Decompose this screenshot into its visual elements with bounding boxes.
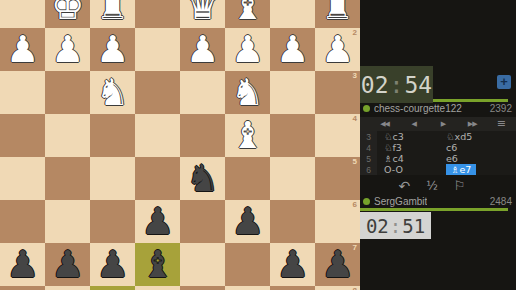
square-c3[interactable]: ♞ bbox=[225, 71, 270, 114]
opponent-row: chess-courgette122 2392 bbox=[360, 102, 516, 115]
square-f4[interactable] bbox=[90, 114, 135, 157]
square-g8[interactable] bbox=[45, 286, 90, 290]
resign-flag-icon[interactable]: ⚐ bbox=[454, 177, 466, 195]
square-e6[interactable]: ♟ bbox=[135, 200, 180, 243]
clock-minutes: 02 bbox=[366, 215, 389, 237]
white-move-3[interactable]: ♘c3 bbox=[377, 131, 446, 142]
black-pawn: ♟ bbox=[96, 246, 129, 283]
rank-label-2: 2 bbox=[353, 29, 357, 37]
move-number: 5 bbox=[360, 153, 377, 164]
opponent-rating: 2392 bbox=[490, 103, 512, 114]
square-b7[interactable]: ♟ bbox=[270, 243, 315, 286]
square-e2[interactable] bbox=[135, 28, 180, 71]
square-e4[interactable] bbox=[135, 114, 180, 157]
white-queen: ♛ bbox=[186, 0, 219, 25]
square-b5[interactable] bbox=[270, 157, 315, 200]
last-move-button[interactable]: ▶▶ bbox=[458, 117, 487, 131]
black-pawn: ♟ bbox=[231, 203, 264, 240]
move-row-6: 6O-O♗e7 bbox=[360, 164, 516, 175]
white-bishop: ♝ bbox=[231, 0, 264, 25]
white-pawn: ♟ bbox=[321, 31, 354, 68]
player-name[interactable]: SergGambit bbox=[374, 196, 427, 207]
draw-offer-icon[interactable]: ½ bbox=[426, 177, 438, 195]
white-move-5[interactable]: ♗c4 bbox=[377, 153, 446, 164]
white-king: ♚ bbox=[51, 0, 84, 25]
square-d4[interactable] bbox=[180, 114, 225, 157]
square-c6[interactable]: ♟ bbox=[225, 200, 270, 243]
prev-move-button[interactable]: ◀ bbox=[399, 117, 428, 131]
player-row: SergGambit 2484 bbox=[360, 195, 516, 208]
clock-seconds: 54 bbox=[404, 72, 432, 98]
square-e1[interactable] bbox=[135, 0, 180, 28]
square-a2[interactable]: ♟2 bbox=[315, 28, 360, 71]
action-bar: ↶ ½ ⚐ bbox=[360, 177, 504, 195]
square-b4[interactable] bbox=[270, 114, 315, 157]
player-rating: 2484 bbox=[490, 196, 512, 207]
white-bishop: ♝ bbox=[231, 117, 264, 154]
rank-label-7: 7 bbox=[353, 244, 357, 252]
square-a4[interactable]: 4 bbox=[315, 114, 360, 157]
square-d2[interactable]: ♟ bbox=[180, 28, 225, 71]
square-e8[interactable]: ♚ bbox=[135, 286, 180, 290]
square-a1[interactable]: ♜1 bbox=[315, 0, 360, 28]
next-move-button[interactable]: ▶ bbox=[428, 117, 457, 131]
square-d7[interactable] bbox=[180, 243, 225, 286]
black-move-6[interactable]: ♗e7 bbox=[446, 164, 516, 175]
square-f5[interactable] bbox=[90, 157, 135, 200]
square-a7[interactable]: ♟7 bbox=[315, 243, 360, 286]
black-pawn: ♟ bbox=[6, 246, 39, 283]
side-panel: 02:54 + chess-courgette122 2392 ◀◀ ◀ ▶ ▶… bbox=[360, 0, 516, 290]
square-h1[interactable] bbox=[0, 0, 45, 28]
online-dot bbox=[363, 198, 370, 205]
white-pawn: ♟ bbox=[6, 31, 39, 68]
square-a8[interactable]: ♜8 bbox=[315, 286, 360, 290]
square-g7[interactable]: ♟ bbox=[45, 243, 90, 286]
square-c8[interactable]: ♝ bbox=[225, 286, 270, 290]
move-nav-bar: ◀◀ ◀ ▶ ▶▶ ≡ bbox=[360, 117, 516, 131]
square-e3[interactable] bbox=[135, 71, 180, 114]
menu-icon[interactable]: ≡ bbox=[487, 117, 516, 131]
rank-label-6: 6 bbox=[353, 201, 357, 209]
give-time-button[interactable]: + bbox=[497, 75, 511, 89]
square-a3[interactable]: 3 bbox=[315, 71, 360, 114]
square-h8[interactable]: ♜ bbox=[0, 286, 45, 290]
square-h5[interactable] bbox=[0, 157, 45, 200]
black-move-5[interactable]: e6 bbox=[446, 153, 516, 164]
clock-colon: : bbox=[390, 215, 401, 237]
player-clock: 02:51 bbox=[360, 212, 431, 239]
square-g3[interactable] bbox=[45, 71, 90, 114]
white-pawn: ♟ bbox=[186, 31, 219, 68]
move-number: 4 bbox=[360, 142, 377, 153]
square-g2[interactable]: ♟ bbox=[45, 28, 90, 71]
white-rook: ♜ bbox=[321, 0, 354, 25]
current-move[interactable]: ♗e7 bbox=[446, 164, 476, 175]
square-d1[interactable]: ♛ bbox=[180, 0, 225, 28]
game-screen: ♚♜♛♝♜1♟♟♟♟♟♟♟2♞♞3♝4♞5♟♟6♟♟♟♝♟♟7♜♚♛♝♞♜8 0… bbox=[0, 0, 516, 290]
chess-board[interactable]: ♚♜♛♝♜1♟♟♟♟♟♟♟2♞♞3♝4♞5♟♟6♟♟♟♝♟♟7♜♚♛♝♞♜8 bbox=[0, 0, 360, 290]
clock-colon: : bbox=[390, 72, 404, 98]
square-h7[interactable]: ♟ bbox=[0, 243, 45, 286]
square-f8[interactable] bbox=[90, 286, 135, 290]
square-h4[interactable] bbox=[0, 114, 45, 157]
black-move-3[interactable]: ♘xd5 bbox=[446, 131, 516, 142]
black-knight: ♞ bbox=[186, 160, 219, 197]
rank-label-5: 5 bbox=[353, 158, 357, 166]
black-pawn: ♟ bbox=[276, 246, 309, 283]
black-pawn: ♟ bbox=[141, 203, 174, 240]
square-g5[interactable] bbox=[45, 157, 90, 200]
rank-label-4: 4 bbox=[353, 115, 357, 123]
takeback-icon[interactable]: ↶ bbox=[398, 177, 410, 195]
square-e7[interactable]: ♝ bbox=[135, 243, 180, 286]
move-list: 3♘c3♘xd54♘f3c65♗c4e66O-O♗e7 bbox=[360, 131, 516, 175]
square-d5[interactable]: ♞ bbox=[180, 157, 225, 200]
black-pawn: ♟ bbox=[51, 246, 84, 283]
square-b2[interactable]: ♟ bbox=[270, 28, 315, 71]
square-h2[interactable]: ♟ bbox=[0, 28, 45, 71]
square-d3[interactable] bbox=[180, 71, 225, 114]
square-h6[interactable] bbox=[0, 200, 45, 243]
online-dot bbox=[363, 105, 370, 112]
square-b3[interactable] bbox=[270, 71, 315, 114]
square-f7[interactable]: ♟ bbox=[90, 243, 135, 286]
square-f6[interactable] bbox=[90, 200, 135, 243]
square-b1[interactable] bbox=[270, 0, 315, 28]
black-bishop: ♝ bbox=[141, 246, 174, 283]
square-b6[interactable] bbox=[270, 200, 315, 243]
black-pawn: ♟ bbox=[321, 246, 354, 283]
square-c5[interactable] bbox=[225, 157, 270, 200]
clock-seconds: 51 bbox=[402, 215, 425, 237]
square-e5[interactable] bbox=[135, 157, 180, 200]
white-pawn: ♟ bbox=[231, 31, 264, 68]
rank-label-3: 3 bbox=[353, 72, 357, 80]
opponent-clock: 02:54 bbox=[360, 66, 433, 103]
move-row-5: 5♗c4e6 bbox=[360, 153, 516, 164]
square-c4[interactable]: ♝ bbox=[225, 114, 270, 157]
white-rook: ♜ bbox=[96, 0, 129, 25]
move-number: 6 bbox=[360, 164, 377, 175]
square-c1[interactable]: ♝ bbox=[225, 0, 270, 28]
move-row-3: 3♘c3♘xd5 bbox=[360, 131, 516, 142]
divider-bottom bbox=[360, 208, 508, 211]
square-f1[interactable]: ♜ bbox=[90, 0, 135, 28]
square-a6[interactable]: 6 bbox=[315, 200, 360, 243]
white-knight: ♞ bbox=[96, 74, 129, 111]
white-pawn: ♟ bbox=[96, 31, 129, 68]
white-knight: ♞ bbox=[231, 74, 264, 111]
square-f2[interactable]: ♟ bbox=[90, 28, 135, 71]
white-pawn: ♟ bbox=[51, 31, 84, 68]
square-c2[interactable]: ♟ bbox=[225, 28, 270, 71]
square-g4[interactable] bbox=[45, 114, 90, 157]
square-b8[interactable]: ♞ bbox=[270, 286, 315, 290]
move-row-4: 4♘f3c6 bbox=[360, 142, 516, 153]
white-pawn: ♟ bbox=[276, 31, 309, 68]
square-d6[interactable] bbox=[180, 200, 225, 243]
clock-minutes: 02 bbox=[361, 72, 389, 98]
square-h3[interactable] bbox=[0, 71, 45, 114]
square-g1[interactable]: ♚ bbox=[45, 0, 90, 28]
square-d8[interactable]: ♛ bbox=[180, 286, 225, 290]
square-f3[interactable]: ♞ bbox=[90, 71, 135, 114]
square-g6[interactable] bbox=[45, 200, 90, 243]
move-number: 3 bbox=[360, 131, 377, 142]
white-move-6[interactable]: O-O bbox=[377, 164, 446, 175]
opponent-name[interactable]: chess-courgette122 bbox=[374, 103, 462, 114]
first-move-button[interactable]: ◀◀ bbox=[370, 117, 399, 131]
black-move-4[interactable]: c6 bbox=[446, 142, 516, 153]
white-move-4[interactable]: ♘f3 bbox=[377, 142, 446, 153]
board-grid: ♚♜♛♝♜1♟♟♟♟♟♟♟2♞♞3♝4♞5♟♟6♟♟♟♝♟♟7♜♚♛♝♞♜8 bbox=[0, 0, 360, 290]
square-a5[interactable]: 5 bbox=[315, 157, 360, 200]
square-c7[interactable] bbox=[225, 243, 270, 286]
